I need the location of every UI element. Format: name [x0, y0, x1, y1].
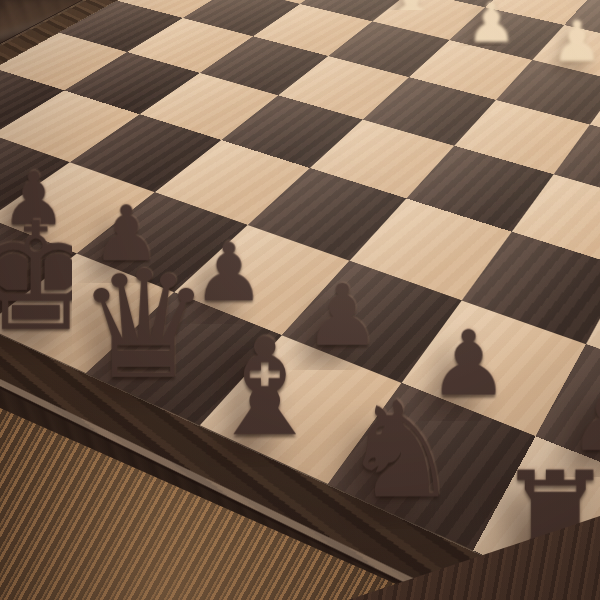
piece-white-pawn-b2[interactable]: ♟	[592, 36, 600, 92]
photo-stage: ♜♞♝♚♛♝♞♜♟♟♟♟♟♟♟♟♟♟♟♟♟♟♟♟♜♞♝♚♛♝♞♜	[0, 0, 600, 600]
square-e4[interactable]	[278, 56, 409, 119]
piece-white-pawn-c2[interactable]: ♟	[503, 15, 600, 69]
square-d5[interactable]	[310, 119, 455, 198]
